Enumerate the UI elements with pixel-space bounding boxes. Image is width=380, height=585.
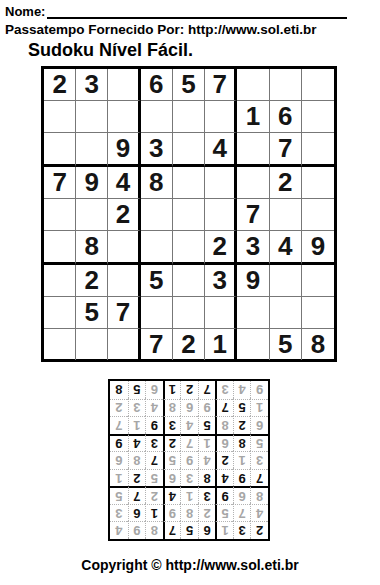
cell-r3c6: 4	[205, 133, 237, 167]
solution-cell-r4c7: 5	[145, 469, 163, 487]
cell-r1c8	[270, 69, 302, 101]
cell-r5c4	[141, 199, 173, 231]
solution-cell-r8c2: 5	[233, 399, 251, 417]
solution-cell-r1c3: 1	[215, 521, 233, 539]
solution-cell-r1c4: 6	[198, 521, 216, 539]
solution-cell-r5c8: 8	[128, 451, 146, 469]
cell-r4c9	[302, 167, 334, 199]
cell-r9c7	[237, 329, 269, 360]
cell-r4c4: 8	[141, 167, 173, 199]
solution-cell-r6c9: 9	[110, 434, 128, 452]
puzzle-grid: 2365716934779482278234925395772158	[41, 66, 337, 362]
cell-r7c1	[44, 265, 76, 297]
solution-cell-r6c7: 3	[145, 434, 163, 452]
solution-cell-r5c5: 9	[180, 451, 198, 469]
cell-r6c1	[44, 231, 76, 265]
solution-cell-r1c6: 7	[163, 521, 181, 539]
cell-r4c8: 2	[270, 167, 302, 199]
cell-r2c8: 6	[270, 101, 302, 133]
solution-cell-r3c7: 2	[145, 486, 163, 504]
solution-cell-r2c8: 6	[128, 504, 146, 522]
cell-r5c2	[76, 199, 108, 231]
cell-r2c7: 1	[237, 101, 269, 133]
name-label: Nome:	[5, 4, 45, 19]
solution-cell-r6c3: 6	[215, 434, 233, 452]
cell-r5c5	[173, 199, 205, 231]
cell-r8c6	[205, 297, 237, 329]
solution-cell-r6c5: 7	[180, 434, 198, 452]
solution-cell-r3c8: 7	[128, 486, 146, 504]
cell-r1c3	[108, 69, 140, 101]
solution-cell-r3c2: 6	[233, 486, 251, 504]
cell-r7c6: 3	[205, 265, 237, 297]
cell-r8c1	[44, 297, 76, 329]
solution-cell-r4c4: 8	[198, 469, 216, 487]
solution-cell-r5c2: 1	[233, 451, 251, 469]
solution-cell-r4c2: 9	[233, 469, 251, 487]
provider-line: Passatempo Fornecido Por: http://www.sol…	[5, 22, 317, 37]
cell-r8c7	[237, 297, 269, 329]
solution-cell-r5c4: 4	[198, 451, 216, 469]
cell-r7c9	[302, 265, 334, 297]
solution-cell-r2c7: 1	[145, 504, 163, 522]
solution-cell-r9c4: 7	[198, 381, 216, 399]
solution-cell-r9c9: 8	[110, 381, 128, 399]
solution-cell-r2c5: 8	[180, 504, 198, 522]
cell-r6c9: 9	[302, 231, 334, 265]
cell-r8c2: 5	[76, 297, 108, 329]
solution-cell-r8c3: 7	[215, 399, 233, 417]
cell-r6c5	[173, 231, 205, 265]
cell-r2c1	[44, 101, 76, 133]
solution-cell-r1c2: 3	[233, 521, 251, 539]
cell-r4c2: 9	[76, 167, 108, 199]
cell-r7c2: 2	[76, 265, 108, 297]
cell-r3c3: 9	[108, 133, 140, 167]
name-blank-line	[47, 3, 347, 19]
copyright: Copyright © http://www.sol.eti.br	[0, 557, 380, 573]
cell-r2c6	[205, 101, 237, 133]
solution-cell-r5c1: 3	[250, 451, 268, 469]
cell-r3c4: 3	[141, 133, 173, 167]
cell-r3c1	[44, 133, 76, 167]
cell-r6c6: 2	[205, 231, 237, 265]
cell-r3c7	[237, 133, 269, 167]
solution-cell-r8c6: 8	[163, 399, 181, 417]
cell-r6c7: 3	[237, 231, 269, 265]
solution-cell-r3c1: 8	[250, 486, 268, 504]
solution-cell-r1c7: 8	[145, 521, 163, 539]
cell-r9c1	[44, 329, 76, 360]
solution-cell-r9c7: 6	[145, 381, 163, 399]
cell-r9c8: 5	[270, 329, 302, 360]
cell-r7c8	[270, 265, 302, 297]
cell-r7c4: 5	[141, 265, 173, 297]
solution-cell-r1c8: 9	[128, 521, 146, 539]
solution-cell-r9c2: 4	[233, 381, 251, 399]
cell-r8c8	[270, 297, 302, 329]
solution-cell-r9c5: 2	[180, 381, 198, 399]
cell-r2c4	[141, 101, 173, 133]
cell-r5c1	[44, 199, 76, 231]
solution-cell-r4c9: 1	[110, 469, 128, 487]
cell-r9c5: 2	[173, 329, 205, 360]
cell-r9c3	[108, 329, 140, 360]
cell-r1c4: 6	[141, 69, 173, 101]
solution-cell-r1c9: 4	[110, 521, 128, 539]
cell-r8c5	[173, 297, 205, 329]
solution-cell-r2c9: 3	[110, 504, 128, 522]
solution-cell-r3c5: 1	[180, 486, 198, 504]
solution-cell-r3c6: 4	[163, 486, 181, 504]
solution-cell-r2c2: 7	[233, 504, 251, 522]
solution-cell-r2c1: 4	[250, 504, 268, 522]
cell-r1c6: 7	[205, 69, 237, 101]
solution-cell-r7c2: 2	[233, 416, 251, 434]
solution-cell-r7c7: 9	[145, 416, 163, 434]
solution-cell-r6c2: 8	[233, 434, 251, 452]
cell-r3c8: 7	[270, 133, 302, 167]
cell-r9c6: 1	[205, 329, 237, 360]
solution-cell-r6c6: 2	[163, 434, 181, 452]
cell-r1c5: 5	[173, 69, 205, 101]
solution-cell-r3c3: 9	[215, 486, 233, 504]
cell-r4c5	[173, 167, 205, 199]
cell-r4c7	[237, 167, 269, 199]
solution-cell-r2c3: 5	[215, 504, 233, 522]
solution-cell-r8c9: 2	[110, 399, 128, 417]
solution-cell-r9c1: 9	[250, 381, 268, 399]
cell-r8c4	[141, 297, 173, 329]
solution-cell-r5c6: 5	[163, 451, 181, 469]
cell-r4c6	[205, 167, 237, 199]
solution-cell-r3c9: 5	[110, 486, 128, 504]
solution-cell-r4c8: 2	[128, 469, 146, 487]
cell-r6c4	[141, 231, 173, 265]
page-title: Sudoku Nível Fácil.	[28, 40, 193, 61]
cell-r3c9	[302, 133, 334, 167]
cell-r5c7: 7	[237, 199, 269, 231]
solution-cell-r6c1: 5	[250, 434, 268, 452]
solution-cell-r1c5: 5	[180, 521, 198, 539]
cell-r7c5	[173, 265, 205, 297]
solution-cell-r9c3: 3	[215, 381, 233, 399]
solution-cell-r3c4: 3	[198, 486, 216, 504]
solution-cell-r2c4: 2	[198, 504, 216, 522]
solution-cell-r7c8: 1	[128, 416, 146, 434]
cell-r1c7	[237, 69, 269, 101]
cell-r6c8: 4	[270, 231, 302, 265]
solution-cell-r7c1: 6	[250, 416, 268, 434]
cell-r8c9	[302, 297, 334, 329]
solution-cell-r8c7: 4	[145, 399, 163, 417]
cell-r2c2	[76, 101, 108, 133]
solution-cell-r4c1: 7	[250, 469, 268, 487]
solution-cell-r4c6: 6	[163, 469, 181, 487]
solution-cell-r8c4: 9	[198, 399, 216, 417]
cell-r5c8	[270, 199, 302, 231]
solution-cell-r6c4: 1	[198, 434, 216, 452]
solution-cell-r1c1: 2	[250, 521, 268, 539]
cell-r9c4: 7	[141, 329, 173, 360]
solution-cell-r9c6: 1	[163, 381, 181, 399]
solution-cell-r8c1: 1	[250, 399, 268, 417]
solution-cell-r7c5: 4	[180, 416, 198, 434]
solution-cell-r4c5: 3	[180, 469, 198, 487]
solution-cell-r7c3: 8	[215, 416, 233, 434]
solution-cell-r7c4: 5	[198, 416, 216, 434]
solution-cell-r8c8: 3	[128, 399, 146, 417]
solution-cell-r9c8: 5	[128, 381, 146, 399]
cell-r2c5	[173, 101, 205, 133]
cell-r5c6	[205, 199, 237, 231]
cell-r4c3: 4	[108, 167, 140, 199]
solution-cell-r7c9: 7	[110, 416, 128, 434]
cell-r2c3	[108, 101, 140, 133]
cell-r7c3	[108, 265, 140, 297]
cell-r9c9: 8	[302, 329, 334, 360]
cell-r4c1: 7	[44, 167, 76, 199]
solution-cell-r4c3: 4	[215, 469, 233, 487]
solution-cell-r6c8: 4	[128, 434, 146, 452]
solution-grid: 2316578944752891638693142757948365213124…	[108, 379, 270, 541]
solution-cell-r7c6: 3	[163, 416, 181, 434]
name-row: Nome:	[5, 3, 347, 19]
cell-r6c2: 8	[76, 231, 108, 265]
solution-cell-r5c9: 6	[110, 451, 128, 469]
cell-r5c3: 2	[108, 199, 140, 231]
cell-r1c2: 3	[76, 69, 108, 101]
solution-cell-r2c6: 9	[163, 504, 181, 522]
cell-r1c9	[302, 69, 334, 101]
cell-r9c2	[76, 329, 108, 360]
solution-cell-r8c5: 6	[180, 399, 198, 417]
cell-r3c5	[173, 133, 205, 167]
cell-r3c2	[76, 133, 108, 167]
cell-r6c3	[108, 231, 140, 265]
cell-r2c9	[302, 101, 334, 133]
solution-cell-r5c7: 7	[145, 451, 163, 469]
solution-cell-r5c3: 2	[215, 451, 233, 469]
cell-r8c3: 7	[108, 297, 140, 329]
cell-r5c9	[302, 199, 334, 231]
cell-r7c7: 9	[237, 265, 269, 297]
cell-r1c1: 2	[44, 69, 76, 101]
